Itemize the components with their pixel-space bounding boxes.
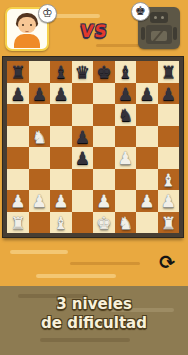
square-f5[interactable]	[115, 126, 137, 148]
square-d8[interactable]: ♛	[72, 61, 94, 83]
black-p-piece[interactable]: ♟	[136, 83, 158, 105]
black-p-piece[interactable]: ♟	[115, 83, 137, 105]
chess-app-screen: ♔ VS ♚ ♜♝♛♚♝♜♟♟♟♟♟♟♞♞♟♟♟♝♟♟♟♟♟♟♜♝♚♞♜ ⟳ 3…	[0, 0, 188, 355]
square-g4[interactable]	[136, 147, 158, 169]
match-header: ♔ VS ♚	[0, 0, 188, 55]
square-g1[interactable]	[136, 212, 158, 234]
square-e5[interactable]	[93, 126, 115, 148]
square-f4[interactable]: ♟	[115, 147, 137, 169]
square-g7[interactable]: ♟	[136, 83, 158, 105]
white-p-piece[interactable]: ♟	[115, 147, 137, 169]
white-n-piece[interactable]: ♞	[29, 126, 51, 148]
square-h2[interactable]: ♟	[158, 190, 180, 212]
square-g8[interactable]	[136, 61, 158, 83]
white-p-piece[interactable]: ♟	[93, 190, 115, 212]
square-f3[interactable]	[115, 169, 137, 191]
white-p-piece[interactable]: ♟	[158, 190, 180, 212]
wood-streak	[10, 250, 68, 254]
black-p-piece[interactable]: ♟	[158, 83, 180, 105]
robot-opponent-avatar[interactable]: ♚	[138, 7, 180, 49]
square-f6[interactable]: ♞	[115, 104, 137, 126]
black-q-piece[interactable]: ♛	[72, 61, 94, 83]
wood-streak	[36, 274, 116, 278]
black-n-piece[interactable]: ♞	[115, 104, 137, 126]
square-b6[interactable]	[29, 104, 51, 126]
square-a3[interactable]	[7, 169, 29, 191]
black-p-piece[interactable]: ♟	[7, 83, 29, 105]
square-d1[interactable]	[72, 212, 94, 234]
black-r-piece[interactable]: ♜	[158, 61, 180, 83]
black-k-piece[interactable]: ♚	[93, 61, 115, 83]
square-f1[interactable]: ♞	[115, 212, 137, 234]
white-p-piece[interactable]: ♟	[50, 190, 72, 212]
square-f7[interactable]: ♟	[115, 83, 137, 105]
white-b-piece[interactable]: ♝	[158, 169, 180, 191]
white-p-piece[interactable]: ♟	[7, 190, 29, 212]
square-d2[interactable]	[72, 190, 94, 212]
square-h6[interactable]	[158, 104, 180, 126]
black-b-piece[interactable]: ♝	[50, 61, 72, 83]
white-r-piece[interactable]: ♜	[158, 212, 180, 234]
square-e7[interactable]	[93, 83, 115, 105]
player-avatar[interactable]: ♔	[5, 7, 49, 51]
square-c2[interactable]: ♟	[50, 190, 72, 212]
square-a7[interactable]: ♟	[7, 83, 29, 105]
square-f2[interactable]	[115, 190, 137, 212]
square-b5[interactable]: ♞	[29, 126, 51, 148]
square-e4[interactable]	[93, 147, 115, 169]
white-p-piece[interactable]: ♟	[136, 190, 158, 212]
restart-button[interactable]: ⟳	[153, 248, 181, 276]
square-d6[interactable]	[72, 104, 94, 126]
wood-streak	[70, 262, 140, 265]
square-g5[interactable]	[136, 126, 158, 148]
vs-label: VS	[79, 21, 109, 41]
square-d7[interactable]	[72, 83, 94, 105]
square-g2[interactable]: ♟	[136, 190, 158, 212]
square-c3[interactable]	[50, 169, 72, 191]
tagline-line2: de dificultad	[0, 314, 188, 333]
white-r-piece[interactable]: ♜	[7, 212, 29, 234]
square-g6[interactable]	[136, 104, 158, 126]
square-b2[interactable]: ♟	[29, 190, 51, 212]
white-b-piece[interactable]: ♝	[50, 212, 72, 234]
square-d3[interactable]	[72, 169, 94, 191]
square-b7[interactable]: ♟	[29, 83, 51, 105]
black-king-badge-icon: ♚	[131, 2, 150, 21]
square-a2[interactable]: ♟	[7, 190, 29, 212]
white-king-badge-icon: ♔	[38, 4, 57, 23]
tagline-line1: 3 niveles	[0, 295, 188, 314]
square-e2[interactable]: ♟	[93, 190, 115, 212]
square-b4[interactable]	[29, 147, 51, 169]
square-b8[interactable]	[29, 61, 51, 83]
square-h7[interactable]: ♟	[158, 83, 180, 105]
square-e6[interactable]	[93, 104, 115, 126]
chess-board: ♜♝♛♚♝♜♟♟♟♟♟♟♞♞♟♟♟♝♟♟♟♟♟♟♜♝♚♞♜	[3, 57, 183, 237]
black-b-piece[interactable]: ♝	[115, 61, 137, 83]
square-h3[interactable]: ♝	[158, 169, 180, 191]
square-a8[interactable]: ♜	[7, 61, 29, 83]
square-e3[interactable]	[93, 169, 115, 191]
chess-board-grid: ♜♝♛♚♝♜♟♟♟♟♟♟♞♞♟♟♟♝♟♟♟♟♟♟♜♝♚♞♜	[7, 61, 179, 233]
square-a6[interactable]	[7, 104, 29, 126]
black-r-piece[interactable]: ♜	[7, 61, 29, 83]
square-h5[interactable]	[158, 126, 180, 148]
black-p-piece[interactable]: ♟	[50, 83, 72, 105]
white-p-piece[interactable]: ♟	[29, 190, 51, 212]
square-c6[interactable]	[50, 104, 72, 126]
footer-banner: 3 niveles de dificultad	[0, 286, 188, 355]
square-h1[interactable]: ♜	[158, 212, 180, 234]
black-p-piece[interactable]: ♟	[72, 147, 94, 169]
square-a1[interactable]: ♜	[7, 212, 29, 234]
black-p-piece[interactable]: ♟	[72, 126, 94, 148]
square-e8[interactable]: ♚	[93, 61, 115, 83]
square-c4[interactable]	[50, 147, 72, 169]
wood-streak	[40, 338, 130, 342]
white-n-piece[interactable]: ♞	[115, 212, 137, 234]
square-h8[interactable]: ♜	[158, 61, 180, 83]
square-h4[interactable]	[158, 147, 180, 169]
square-b3[interactable]	[29, 169, 51, 191]
square-c1[interactable]: ♝	[50, 212, 72, 234]
black-p-piece[interactable]: ♟	[29, 83, 51, 105]
tagline: 3 niveles de dificultad	[0, 295, 188, 333]
square-g3[interactable]	[136, 169, 158, 191]
white-k-piece[interactable]: ♚	[93, 212, 115, 234]
square-c7[interactable]: ♟	[50, 83, 72, 105]
square-a5[interactable]	[7, 126, 29, 148]
square-d5[interactable]: ♟	[72, 126, 94, 148]
square-c5[interactable]	[50, 126, 72, 148]
square-d4[interactable]: ♟	[72, 147, 94, 169]
square-b1[interactable]	[29, 212, 51, 234]
square-e1[interactable]: ♚	[93, 212, 115, 234]
square-f8[interactable]: ♝	[115, 61, 137, 83]
square-a4[interactable]	[7, 147, 29, 169]
square-c8[interactable]: ♝	[50, 61, 72, 83]
